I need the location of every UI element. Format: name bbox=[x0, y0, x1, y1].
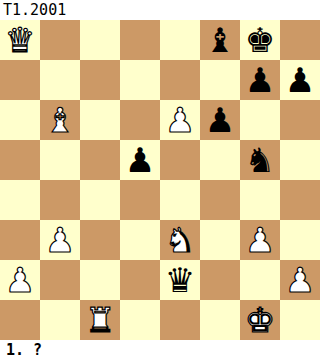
square-a2[interactable]: ♟♟ bbox=[0, 260, 40, 300]
square-h6[interactable] bbox=[280, 100, 320, 140]
square-e8[interactable] bbox=[160, 20, 200, 60]
square-d5[interactable]: ♟ bbox=[120, 140, 160, 180]
square-e2[interactable]: ♛ bbox=[160, 260, 200, 300]
piece-outline: ♟ bbox=[40, 220, 80, 260]
square-c8[interactable] bbox=[80, 20, 120, 60]
square-b1[interactable] bbox=[40, 300, 80, 340]
square-e7[interactable] bbox=[160, 60, 200, 100]
square-g2[interactable] bbox=[240, 260, 280, 300]
piece-outline: ♜ bbox=[80, 300, 120, 340]
square-a4[interactable] bbox=[0, 180, 40, 220]
square-e1[interactable] bbox=[160, 300, 200, 340]
piece-outline: ♟ bbox=[280, 260, 320, 300]
square-h5[interactable] bbox=[280, 140, 320, 180]
white-pawn: ♟♟ bbox=[160, 100, 200, 140]
square-g3[interactable]: ♟♟ bbox=[240, 220, 280, 260]
square-g6[interactable] bbox=[240, 100, 280, 140]
square-e4[interactable] bbox=[160, 180, 200, 220]
square-f3[interactable] bbox=[200, 220, 240, 260]
square-c5[interactable] bbox=[80, 140, 120, 180]
move-prompt: 1. ? bbox=[6, 340, 42, 360]
square-h8[interactable] bbox=[280, 20, 320, 60]
piece-outline: ♟ bbox=[160, 100, 200, 140]
square-d4[interactable] bbox=[120, 180, 160, 220]
black-pawn: ♟ bbox=[120, 140, 160, 180]
black-pawn: ♟ bbox=[200, 100, 240, 140]
square-c7[interactable] bbox=[80, 60, 120, 100]
square-d6[interactable] bbox=[120, 100, 160, 140]
piece-outline: ♛ bbox=[0, 20, 40, 60]
square-g4[interactable] bbox=[240, 180, 280, 220]
piece-outline: ♞ bbox=[160, 220, 200, 260]
black-knight: ♞ bbox=[240, 140, 280, 180]
white-pawn: ♟♟ bbox=[0, 260, 40, 300]
puzzle-title: T1.2001 bbox=[3, 0, 66, 20]
white-queen: ♛♛ bbox=[0, 20, 40, 60]
piece-outline: ♟ bbox=[0, 260, 40, 300]
square-c6[interactable] bbox=[80, 100, 120, 140]
square-a7[interactable] bbox=[0, 60, 40, 100]
white-bishop: ♝♝ bbox=[40, 100, 80, 140]
black-bishop: ♝ bbox=[200, 20, 240, 60]
square-d2[interactable] bbox=[120, 260, 160, 300]
square-a8[interactable]: ♛♛ bbox=[0, 20, 40, 60]
square-h4[interactable] bbox=[280, 180, 320, 220]
piece-outline: ♚ bbox=[240, 300, 280, 340]
square-h3[interactable] bbox=[280, 220, 320, 260]
black-king: ♚ bbox=[240, 20, 280, 60]
square-b7[interactable] bbox=[40, 60, 80, 100]
square-a1[interactable] bbox=[0, 300, 40, 340]
square-d8[interactable] bbox=[120, 20, 160, 60]
square-f2[interactable] bbox=[200, 260, 240, 300]
piece-outline: ♝ bbox=[40, 100, 80, 140]
square-c4[interactable] bbox=[80, 180, 120, 220]
square-c3[interactable] bbox=[80, 220, 120, 260]
black-queen: ♛ bbox=[160, 260, 200, 300]
square-f4[interactable] bbox=[200, 180, 240, 220]
white-rook: ♜♜ bbox=[80, 300, 120, 340]
white-pawn: ♟♟ bbox=[240, 220, 280, 260]
square-c1[interactable]: ♜♜ bbox=[80, 300, 120, 340]
black-pawn: ♟ bbox=[240, 60, 280, 100]
black-pawn: ♟ bbox=[280, 60, 320, 100]
square-f5[interactable] bbox=[200, 140, 240, 180]
square-d7[interactable] bbox=[120, 60, 160, 100]
square-g1[interactable]: ♚♚ bbox=[240, 300, 280, 340]
square-g5[interactable]: ♞ bbox=[240, 140, 280, 180]
square-f7[interactable] bbox=[200, 60, 240, 100]
square-c2[interactable] bbox=[80, 260, 120, 300]
square-f6[interactable]: ♟ bbox=[200, 100, 240, 140]
square-g7[interactable]: ♟ bbox=[240, 60, 280, 100]
square-e5[interactable] bbox=[160, 140, 200, 180]
piece-outline: ♟ bbox=[240, 220, 280, 260]
square-h1[interactable] bbox=[280, 300, 320, 340]
white-king: ♚♚ bbox=[240, 300, 280, 340]
square-a5[interactable] bbox=[0, 140, 40, 180]
square-b5[interactable] bbox=[40, 140, 80, 180]
square-d3[interactable] bbox=[120, 220, 160, 260]
square-b6[interactable]: ♝♝ bbox=[40, 100, 80, 140]
square-a3[interactable] bbox=[0, 220, 40, 260]
square-g8[interactable]: ♚ bbox=[240, 20, 280, 60]
square-b8[interactable] bbox=[40, 20, 80, 60]
square-e3[interactable]: ♞♞ bbox=[160, 220, 200, 260]
square-h7[interactable]: ♟ bbox=[280, 60, 320, 100]
square-b3[interactable]: ♟♟ bbox=[40, 220, 80, 260]
white-pawn: ♟♟ bbox=[280, 260, 320, 300]
chess-board: ♛♛♝♚♟♟♝♝♟♟♟♟♞♟♟♞♞♟♟♟♟♛♟♟♜♜♚♚ bbox=[0, 20, 320, 340]
square-e6[interactable]: ♟♟ bbox=[160, 100, 200, 140]
square-f1[interactable] bbox=[200, 300, 240, 340]
square-d1[interactable] bbox=[120, 300, 160, 340]
white-pawn: ♟♟ bbox=[40, 220, 80, 260]
white-knight: ♞♞ bbox=[160, 220, 200, 260]
square-f8[interactable]: ♝ bbox=[200, 20, 240, 60]
square-b4[interactable] bbox=[40, 180, 80, 220]
square-a6[interactable] bbox=[0, 100, 40, 140]
square-b2[interactable] bbox=[40, 260, 80, 300]
square-h2[interactable]: ♟♟ bbox=[280, 260, 320, 300]
